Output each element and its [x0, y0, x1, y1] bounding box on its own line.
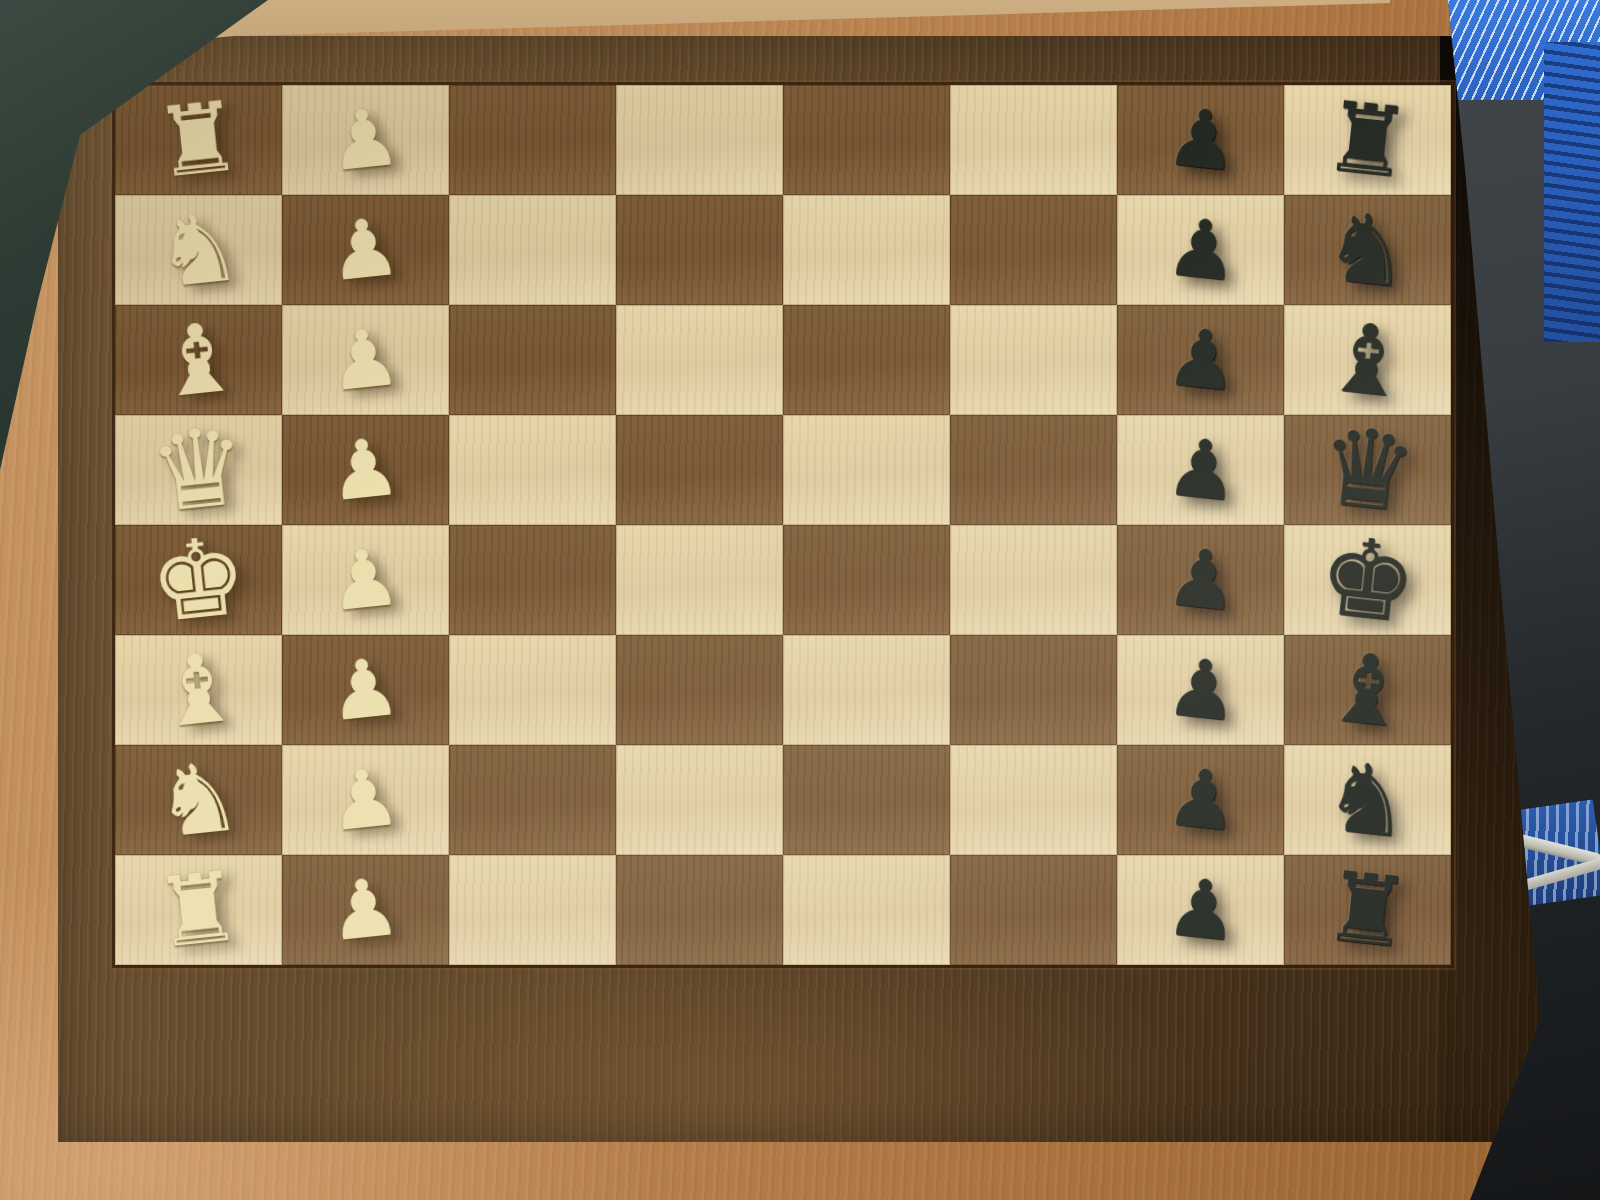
photo-scene: ♜♟♟♜♞♟♟♞♝♟♟♝♛♟♟♛♚♟♟♚♝♟♟♝♞♟♟♞♜♟♟♜ — [0, 0, 1600, 1200]
square-f1: ♝ — [115, 635, 282, 745]
square-h8: ♜ — [1284, 855, 1451, 965]
white-pawn: ♟ — [324, 757, 404, 844]
square-h3 — [449, 855, 616, 965]
square-f2: ♟ — [282, 635, 449, 745]
square-g8: ♞ — [1284, 745, 1451, 855]
white-queen: ♛ — [145, 411, 253, 529]
square-e8: ♚ — [1284, 525, 1451, 635]
square-e4 — [616, 525, 783, 635]
black-pawn: ♟ — [1162, 207, 1242, 294]
white-knight: ♞ — [151, 198, 247, 302]
blue-fabric-right — [1544, 42, 1600, 342]
square-a3 — [449, 85, 616, 195]
square-d2: ♟ — [282, 415, 449, 525]
square-g2: ♟ — [282, 745, 449, 855]
black-pawn: ♟ — [1162, 537, 1242, 624]
black-pawn: ♟ — [1162, 757, 1242, 844]
square-c3 — [449, 305, 616, 415]
white-king: ♚ — [145, 521, 253, 639]
white-rook: ♜ — [151, 88, 247, 192]
square-a1: ♜ — [115, 85, 282, 195]
square-d8: ♛ — [1284, 415, 1451, 525]
black-king: ♚ — [1314, 521, 1422, 639]
black-bishop: ♝ — [1320, 308, 1416, 412]
white-knight: ♞ — [151, 748, 247, 852]
square-b7: ♟ — [1117, 195, 1284, 305]
square-e3 — [449, 525, 616, 635]
square-c8: ♝ — [1284, 305, 1451, 415]
black-rook: ♜ — [1320, 88, 1416, 192]
square-a4 — [616, 85, 783, 195]
square-h5 — [783, 855, 950, 965]
square-g7: ♟ — [1117, 745, 1284, 855]
square-f6 — [950, 635, 1117, 745]
white-pawn: ♟ — [324, 537, 404, 624]
square-e6 — [950, 525, 1117, 635]
square-f8: ♝ — [1284, 635, 1451, 745]
black-pawn: ♟ — [1162, 647, 1242, 734]
square-e1: ♚ — [115, 525, 282, 635]
white-bishop: ♝ — [151, 638, 247, 742]
square-a7: ♟ — [1117, 85, 1284, 195]
square-h1: ♜ — [115, 855, 282, 965]
square-h6 — [950, 855, 1117, 965]
square-d6 — [950, 415, 1117, 525]
square-g3 — [449, 745, 616, 855]
square-c7: ♟ — [1117, 305, 1284, 415]
square-d1: ♛ — [115, 415, 282, 525]
black-pawn: ♟ — [1162, 867, 1242, 954]
square-b5 — [783, 195, 950, 305]
black-pawn: ♟ — [1162, 97, 1242, 184]
square-c5 — [783, 305, 950, 415]
square-f7: ♟ — [1117, 635, 1284, 745]
square-d5 — [783, 415, 950, 525]
white-bishop: ♝ — [151, 308, 247, 412]
square-b3 — [449, 195, 616, 305]
black-knight: ♞ — [1320, 198, 1416, 302]
square-b6 — [950, 195, 1117, 305]
white-pawn: ♟ — [324, 867, 404, 954]
square-c2: ♟ — [282, 305, 449, 415]
square-f4 — [616, 635, 783, 745]
square-a6 — [950, 85, 1117, 195]
square-g4 — [616, 745, 783, 855]
square-d4 — [616, 415, 783, 525]
black-bishop: ♝ — [1320, 638, 1416, 742]
square-d3 — [449, 415, 616, 525]
square-d7: ♟ — [1117, 415, 1284, 525]
white-pawn: ♟ — [324, 207, 404, 294]
square-a5 — [783, 85, 950, 195]
black-rook: ♜ — [1320, 858, 1416, 962]
square-h4 — [616, 855, 783, 965]
square-g1: ♞ — [115, 745, 282, 855]
white-rook: ♜ — [151, 858, 247, 962]
square-b4 — [616, 195, 783, 305]
square-c6 — [950, 305, 1117, 415]
black-pawn: ♟ — [1162, 317, 1242, 404]
square-b2: ♟ — [282, 195, 449, 305]
square-c1: ♝ — [115, 305, 282, 415]
square-b1: ♞ — [115, 195, 282, 305]
white-pawn: ♟ — [324, 427, 404, 514]
chess-board-grid: ♜♟♟♜♞♟♟♞♝♟♟♝♛♟♟♛♚♟♟♚♝♟♟♝♞♟♟♞♜♟♟♜ — [115, 85, 1451, 965]
square-e5 — [783, 525, 950, 635]
white-pawn: ♟ — [324, 647, 404, 734]
black-queen: ♛ — [1314, 411, 1422, 529]
square-g6 — [950, 745, 1117, 855]
square-e2: ♟ — [282, 525, 449, 635]
square-c4 — [616, 305, 783, 415]
black-knight: ♞ — [1320, 748, 1416, 852]
white-pawn: ♟ — [324, 317, 404, 404]
square-a8: ♜ — [1284, 85, 1451, 195]
square-h7: ♟ — [1117, 855, 1284, 965]
black-pawn: ♟ — [1162, 427, 1242, 514]
white-pawn: ♟ — [324, 97, 404, 184]
square-h2: ♟ — [282, 855, 449, 965]
square-a2: ♟ — [282, 85, 449, 195]
square-e7: ♟ — [1117, 525, 1284, 635]
square-b8: ♞ — [1284, 195, 1451, 305]
square-f5 — [783, 635, 950, 745]
square-g5 — [783, 745, 950, 855]
square-f3 — [449, 635, 616, 745]
